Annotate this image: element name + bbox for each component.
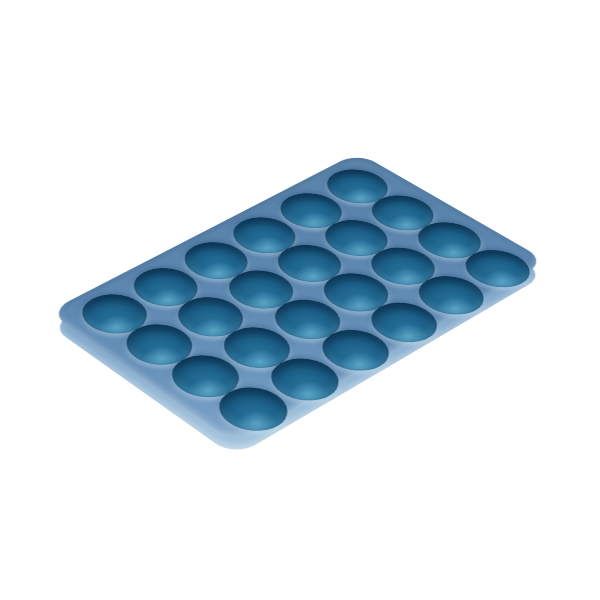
canvas: { "scene": { "description": "Angled over…	[0, 0, 600, 600]
cup-grid	[67, 162, 529, 430]
pan-top-surface	[48, 152, 547, 442]
muffin-pan	[89, 148, 513, 424]
product-photo	[0, 0, 600, 600]
